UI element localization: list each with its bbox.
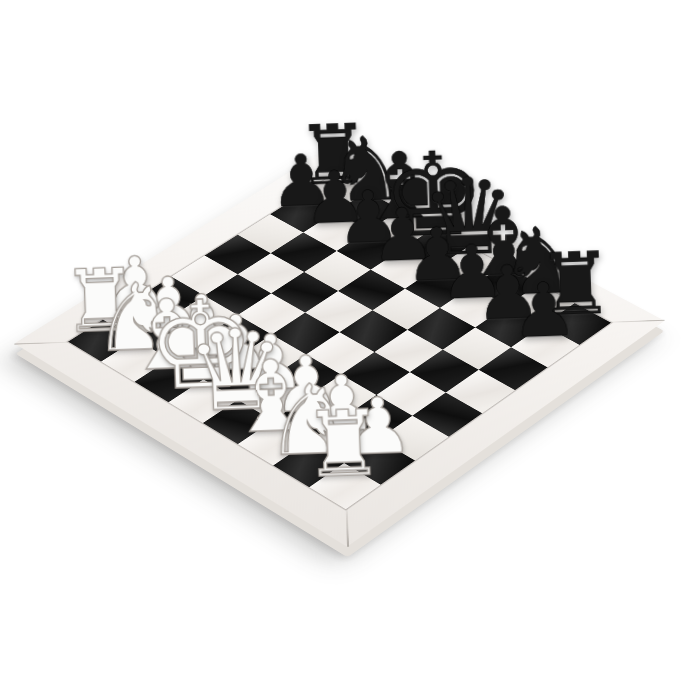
frame-miter-seam [611, 320, 665, 323]
frame-miter-seam [14, 342, 68, 345]
product-photo-scene: ♜♞♝♚♛♝♞♜♟♟♟♟♟♟♟♟♟♟♟♟♟♟♟♟♜♞♝♚♛♝♞♜ [0, 0, 690, 690]
chess-board [14, 145, 664, 547]
frame-miter-seam [332, 145, 334, 175]
board-grid [68, 174, 611, 509]
frame-miter-seam [346, 509, 349, 547]
scene-tilt: ♜♞♝♚♛♝♞♜♟♟♟♟♟♟♟♟♟♟♟♟♟♟♟♟♜♞♝♚♛♝♞♜ [0, 0, 690, 690]
